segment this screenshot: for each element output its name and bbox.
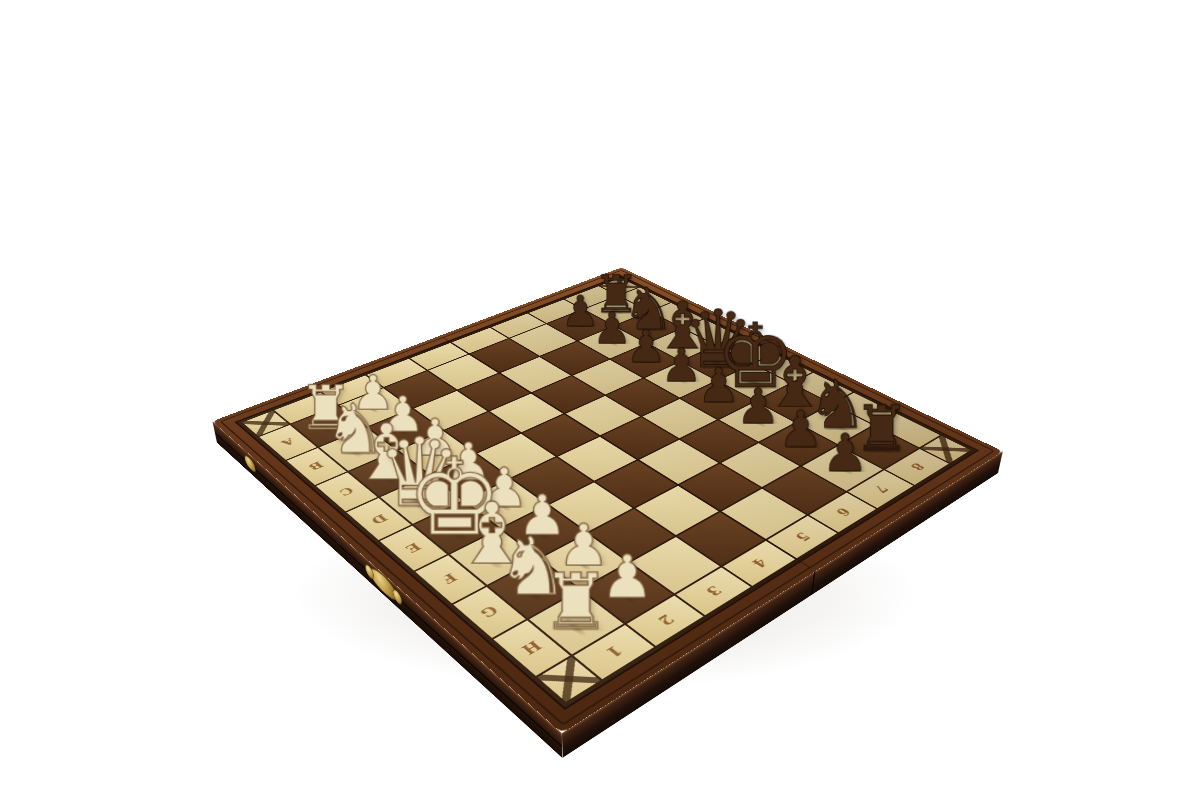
square-f1[interactable] — [450, 529, 537, 584]
rank-label-4: 4 — [723, 541, 795, 586]
file-label-d-text: D — [367, 511, 390, 526]
square-g5[interactable] — [679, 464, 760, 511]
rank-label-8: 8 — [886, 449, 949, 485]
file-label-b: B — [287, 448, 347, 485]
square-f3[interactable] — [550, 482, 633, 531]
file-label-b-text: B — [306, 460, 327, 473]
square-g2[interactable] — [540, 533, 628, 589]
fold-seam-side — [811, 571, 815, 595]
rank-label-3: 3 — [676, 567, 750, 615]
square-h7[interactable] — [803, 446, 883, 491]
file-label-h-text: H — [517, 637, 545, 657]
square-h4[interactable] — [678, 512, 764, 565]
square-c1[interactable] — [349, 451, 428, 496]
rank-label-5-text: 5 — [791, 530, 814, 544]
file-label-d: D — [347, 498, 411, 540]
file-label-a-text: A — [278, 436, 297, 448]
rank-label-7: 7 — [848, 470, 913, 508]
square-h6[interactable] — [763, 467, 845, 514]
square-g4[interactable] — [635, 486, 718, 536]
file-label-c: C — [316, 472, 378, 511]
rank-label-8-text: 8 — [906, 461, 928, 473]
square-e3[interactable] — [513, 457, 593, 503]
file-label-f: F — [415, 555, 485, 603]
square-f4[interactable] — [596, 460, 677, 506]
rank-label-5: 5 — [767, 516, 836, 558]
square-g6[interactable] — [721, 443, 800, 487]
border-corner-top-right — [921, 436, 971, 463]
square-h1[interactable] — [529, 591, 623, 654]
file-label-g-text: G — [476, 603, 502, 621]
rank-label-1: 1 — [574, 625, 654, 679]
chess-set-photo: 87654321ABCDEFGH ♜♞♝♛♚♝♞♜♟♟♟♟♟♟♟♟♟♟♟♟♟♟♟… — [0, 0, 1200, 800]
square-h2[interactable] — [582, 563, 673, 623]
square-h3[interactable] — [631, 537, 720, 593]
rank-label-6: 6 — [809, 492, 876, 532]
rank-label-4-text: 4 — [748, 555, 772, 570]
rank-label-2: 2 — [627, 595, 704, 646]
square-g3[interactable] — [589, 509, 675, 561]
file-label-g: G — [453, 587, 526, 638]
square-d3[interactable] — [478, 434, 555, 477]
rank-label-3-text: 3 — [702, 583, 726, 599]
square-d2[interactable] — [431, 454, 510, 500]
file-label-h: H — [494, 621, 570, 676]
rank-label-6-text: 6 — [831, 505, 854, 518]
square-h5[interactable] — [722, 489, 806, 539]
file-label-e: E — [380, 526, 447, 571]
square-d1[interactable] — [381, 476, 462, 524]
square-f5[interactable] — [639, 440, 718, 484]
file-label-e-text: E — [402, 540, 424, 555]
rank-label-2-text: 2 — [653, 612, 678, 629]
square-e4[interactable] — [558, 437, 636, 481]
border-corner-bottom-right — [537, 657, 600, 702]
square-f2[interactable] — [501, 505, 586, 557]
square-g1[interactable] — [488, 559, 578, 618]
rank-label-7-text: 7 — [870, 482, 892, 495]
square-c2[interactable] — [398, 431, 475, 474]
square-e1[interactable] — [414, 502, 498, 554]
rank-label-1-text: 1 — [601, 642, 626, 660]
file-label-f-text: F — [438, 571, 461, 587]
square-e2[interactable] — [465, 479, 547, 528]
file-label-c-text: C — [336, 485, 357, 498]
